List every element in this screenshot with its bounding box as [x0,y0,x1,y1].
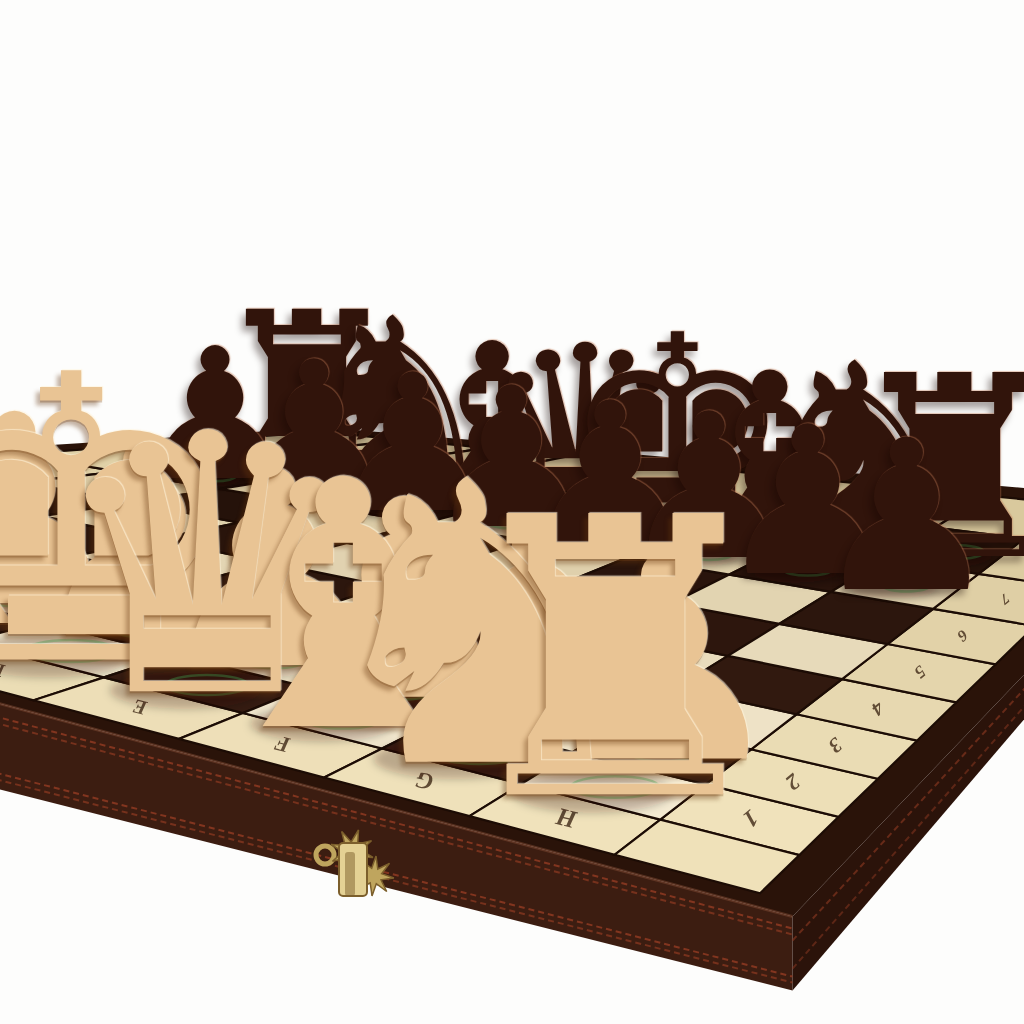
piece-black-pawn: ♟ [813,412,1000,621]
piece-white-rook: ♜ [442,469,787,854]
piece-layer: ♜♞♝♛♚♝♞♜♟♟♟♟♟♟♟♟♟♟♟♟♟♟♟♟♜♞♝♚♛♝♞♜ [0,0,1024,1024]
chess-set-photo: ABCDEFGH12345678 ♜♞♝♛♚♝♞♜♟♟♟♟♟♟♟♟♟♟♟♟♟♟♟… [0,0,1024,1024]
